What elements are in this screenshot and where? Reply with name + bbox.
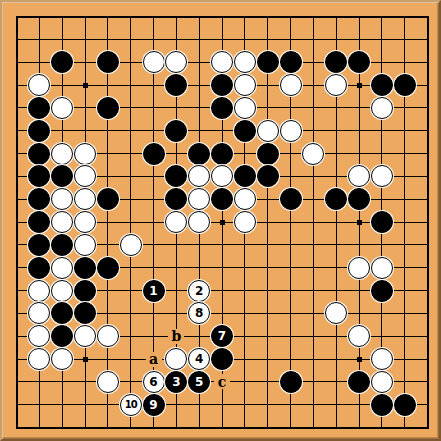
- grid-line-vertical: [427, 16, 429, 429]
- white-stone: [325, 302, 347, 324]
- star-point: [357, 357, 362, 362]
- black-stone: [28, 234, 50, 256]
- grid-line-vertical: [267, 16, 268, 429]
- black-stone: [51, 302, 73, 324]
- move-number: 3: [172, 376, 180, 388]
- white-stone-move-4: 4: [188, 348, 210, 370]
- black-stone: [97, 97, 119, 119]
- white-stone: [371, 257, 393, 279]
- white-stone: [97, 325, 119, 347]
- white-stone-move-8: 8: [188, 302, 210, 324]
- grid-line-horizontal: [16, 427, 429, 429]
- white-stone: [211, 51, 233, 73]
- white-stone: [51, 211, 73, 233]
- black-stone: [348, 51, 370, 73]
- white-stone: [188, 188, 210, 210]
- white-stone: [28, 302, 50, 324]
- black-stone: [211, 74, 233, 96]
- black-stone: [97, 188, 119, 210]
- move-number: 5: [195, 376, 203, 388]
- black-stone: [51, 325, 73, 347]
- black-stone: [371, 394, 393, 416]
- white-stone-move-2: 2: [188, 280, 210, 302]
- black-stone: [51, 51, 73, 73]
- move-number: 9: [149, 399, 157, 411]
- white-stone-move-6: 6: [143, 371, 165, 393]
- black-stone: [280, 371, 302, 393]
- white-stone: [348, 257, 370, 279]
- white-stone: [143, 51, 165, 73]
- black-stone: [371, 280, 393, 302]
- point-label-c: c: [214, 374, 230, 389]
- black-stone: [28, 97, 50, 119]
- move-number: 7: [218, 330, 226, 342]
- black-stone: [28, 165, 50, 187]
- white-stone: [325, 74, 347, 96]
- black-stone-move-5: 5: [188, 371, 210, 393]
- white-stone: [257, 120, 279, 142]
- black-stone: [188, 143, 210, 165]
- white-stone: [51, 257, 73, 279]
- black-stone: [234, 120, 256, 142]
- black-stone-move-1: 1: [143, 280, 165, 302]
- white-stone-move-10: 10: [120, 394, 142, 416]
- white-stone: [371, 165, 393, 187]
- black-stone-move-3: 3: [165, 371, 187, 393]
- white-stone: [74, 211, 96, 233]
- point-label-b: b: [168, 329, 184, 344]
- star-point: [83, 357, 88, 362]
- black-stone: [28, 257, 50, 279]
- white-stone: [165, 348, 187, 370]
- white-stone: [51, 188, 73, 210]
- black-stone: [234, 165, 256, 187]
- black-stone: [211, 97, 233, 119]
- white-stone: [97, 371, 119, 393]
- black-stone: [394, 74, 416, 96]
- move-number: 8: [195, 307, 203, 319]
- white-stone: [234, 97, 256, 119]
- white-stone: [371, 97, 393, 119]
- black-stone: [51, 234, 73, 256]
- black-stone: [28, 120, 50, 142]
- white-stone: [74, 325, 96, 347]
- white-stone: [28, 280, 50, 302]
- move-number: 4: [195, 353, 203, 365]
- white-stone: [371, 348, 393, 370]
- white-stone: [348, 325, 370, 347]
- white-stone: [234, 51, 256, 73]
- black-stone: [97, 51, 119, 73]
- black-stone: [211, 348, 233, 370]
- black-stone: [211, 143, 233, 165]
- black-stone: [97, 257, 119, 279]
- black-stone: [28, 188, 50, 210]
- black-stone: [325, 51, 347, 73]
- black-stone: [394, 394, 416, 416]
- white-stone: [280, 74, 302, 96]
- white-stone: [234, 74, 256, 96]
- black-stone: [165, 120, 187, 142]
- black-stone: [165, 74, 187, 96]
- move-number: 6: [149, 376, 157, 388]
- white-stone: [165, 211, 187, 233]
- white-stone: [280, 120, 302, 142]
- black-stone: [257, 143, 279, 165]
- point-label-a: a: [146, 352, 162, 367]
- white-stone: [188, 211, 210, 233]
- white-stone: [51, 143, 73, 165]
- white-stone: [74, 188, 96, 210]
- black-stone: [74, 257, 96, 279]
- black-stone: [371, 74, 393, 96]
- black-stone: [165, 188, 187, 210]
- black-stone: [51, 165, 73, 187]
- white-stone: [74, 234, 96, 256]
- black-stone: [74, 302, 96, 324]
- black-stone: [325, 188, 347, 210]
- black-stone: [371, 211, 393, 233]
- white-stone: [51, 280, 73, 302]
- star-point: [357, 83, 362, 88]
- white-stone: [28, 348, 50, 370]
- black-stone: [165, 165, 187, 187]
- black-stone: [143, 143, 165, 165]
- star-point: [83, 83, 88, 88]
- white-stone: [234, 211, 256, 233]
- white-stone: [28, 325, 50, 347]
- white-stone: [348, 165, 370, 187]
- black-stone: [28, 211, 50, 233]
- black-stone: [211, 188, 233, 210]
- star-point: [357, 220, 362, 225]
- grid-line-vertical: [313, 16, 314, 429]
- move-number: 2: [195, 285, 203, 297]
- black-stone-move-7: 7: [211, 325, 233, 347]
- go-board: abc 12874635109: [0, 0, 441, 441]
- white-stone: [165, 51, 187, 73]
- black-stone-move-9: 9: [143, 394, 165, 416]
- black-stone: [280, 188, 302, 210]
- star-point: [220, 220, 225, 225]
- black-stone: [74, 280, 96, 302]
- white-stone: [211, 165, 233, 187]
- black-stone: [28, 143, 50, 165]
- move-number: 10: [125, 400, 137, 410]
- white-stone: [188, 165, 210, 187]
- black-stone: [257, 165, 279, 187]
- black-stone: [257, 51, 279, 73]
- white-stone: [51, 97, 73, 119]
- white-stone: [28, 74, 50, 96]
- black-stone: [280, 51, 302, 73]
- white-stone: [74, 165, 96, 187]
- black-stone: [348, 188, 370, 210]
- white-stone: [74, 143, 96, 165]
- black-stone: [348, 371, 370, 393]
- white-stone: [234, 188, 256, 210]
- white-stone: [302, 143, 324, 165]
- move-number: 1: [149, 285, 157, 297]
- grid-line-horizontal: [16, 404, 429, 405]
- white-stone: [51, 348, 73, 370]
- white-stone: [120, 234, 142, 256]
- white-stone: [371, 371, 393, 393]
